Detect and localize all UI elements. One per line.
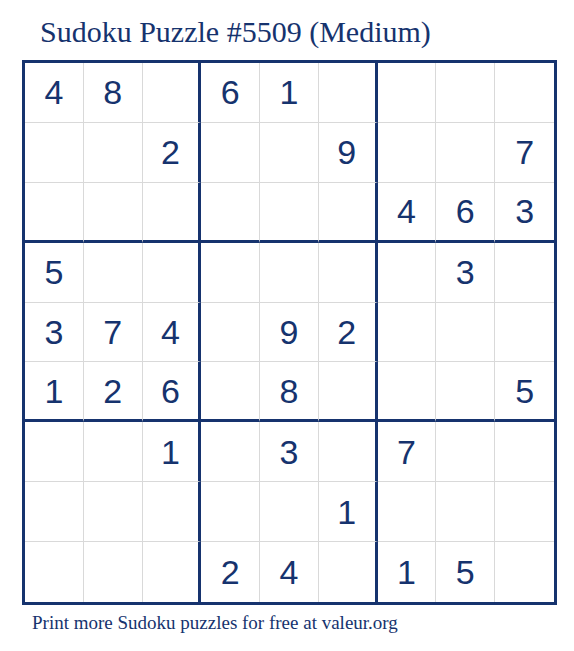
cell-r8c6: 1 (319, 482, 378, 542)
cell-r5c8 (436, 303, 495, 363)
cell-r3c1 (25, 183, 84, 243)
cell-r3c7: 4 (378, 183, 437, 243)
given-digit: 9 (280, 315, 299, 349)
cell-r6c8 (436, 362, 495, 422)
cell-r7c3: 1 (143, 422, 202, 482)
cell-r2c3: 2 (143, 123, 202, 183)
cell-r8c7 (378, 482, 437, 542)
given-digit: 6 (161, 374, 180, 408)
cell-r7c6 (319, 422, 378, 482)
cell-r3c5 (260, 183, 319, 243)
cell-r2c8 (436, 123, 495, 183)
cell-r1c5: 1 (260, 63, 319, 123)
given-digit: 2 (103, 374, 122, 408)
cell-r7c2 (84, 422, 143, 482)
cell-r2c1 (25, 123, 84, 183)
cell-r3c9: 3 (495, 183, 554, 243)
cell-r5c2: 7 (84, 303, 143, 363)
cell-r4c9 (495, 243, 554, 303)
cell-r3c2 (84, 183, 143, 243)
given-digit: 6 (221, 75, 240, 109)
given-digit: 2 (161, 135, 180, 169)
cell-r6c6 (319, 362, 378, 422)
cell-r1c4: 6 (201, 63, 260, 123)
cell-r4c2 (84, 243, 143, 303)
given-digit: 8 (103, 75, 122, 109)
cell-r8c1 (25, 482, 84, 542)
cell-r9c9 (495, 542, 554, 602)
cell-r9c2 (84, 542, 143, 602)
cell-r1c6 (319, 63, 378, 123)
cell-r2c7 (378, 123, 437, 183)
cell-r1c1: 4 (25, 63, 84, 123)
cell-r8c4 (201, 482, 260, 542)
cell-r5c5: 9 (260, 303, 319, 363)
given-digit: 5 (44, 255, 63, 289)
given-digit: 6 (456, 194, 475, 228)
cell-r6c2: 2 (84, 362, 143, 422)
given-digit: 1 (280, 75, 299, 109)
given-digit: 1 (44, 374, 63, 408)
cell-r8c8 (436, 482, 495, 542)
given-digit: 4 (44, 75, 63, 109)
cell-r5c3: 4 (143, 303, 202, 363)
cell-r8c2 (84, 482, 143, 542)
cell-r1c9 (495, 63, 554, 123)
cell-r9c4: 2 (201, 542, 260, 602)
given-digit: 4 (397, 194, 416, 228)
cell-r2c2 (84, 123, 143, 183)
cell-r6c7 (378, 362, 437, 422)
cell-r7c8 (436, 422, 495, 482)
given-digit: 1 (161, 435, 180, 469)
cell-r9c5: 4 (260, 542, 319, 602)
cell-r5c4 (201, 303, 260, 363)
cell-r1c2: 8 (84, 63, 143, 123)
given-digit: 8 (280, 374, 299, 408)
cell-r8c9 (495, 482, 554, 542)
cell-r6c3: 6 (143, 362, 202, 422)
cell-r2c6: 9 (319, 123, 378, 183)
cell-r4c3 (143, 243, 202, 303)
cell-r3c8: 6 (436, 183, 495, 243)
page-title: Sudoku Puzzle #5509 (Medium) (40, 15, 431, 49)
cell-r7c7: 7 (378, 422, 437, 482)
given-digit: 4 (280, 555, 299, 589)
given-digit: 7 (515, 135, 534, 169)
cell-r2c4 (201, 123, 260, 183)
given-digit: 5 (515, 374, 534, 408)
cell-r1c3 (143, 63, 202, 123)
given-digit: 3 (44, 315, 63, 349)
given-digit: 4 (161, 315, 180, 349)
cell-r9c1 (25, 542, 84, 602)
cell-r7c1 (25, 422, 84, 482)
sudoku-board: 486129746353374921268513712415 (22, 60, 557, 605)
cell-r8c5 (260, 482, 319, 542)
cell-r9c7: 1 (378, 542, 437, 602)
cell-r9c6 (319, 542, 378, 602)
cell-r6c9: 5 (495, 362, 554, 422)
cell-r7c5: 3 (260, 422, 319, 482)
given-digit: 2 (221, 555, 240, 589)
cell-r4c7 (378, 243, 437, 303)
given-digit: 7 (103, 315, 122, 349)
given-digit: 7 (397, 435, 416, 469)
cell-r4c4 (201, 243, 260, 303)
given-digit: 5 (456, 555, 475, 589)
footer-text: Print more Sudoku puzzles for free at va… (32, 612, 398, 634)
cell-r6c4 (201, 362, 260, 422)
cell-r9c3 (143, 542, 202, 602)
given-digit: 3 (456, 255, 475, 289)
cell-r4c5 (260, 243, 319, 303)
cell-r6c5: 8 (260, 362, 319, 422)
cell-r2c9: 7 (495, 123, 554, 183)
cell-r3c4 (201, 183, 260, 243)
cell-r1c7 (378, 63, 437, 123)
given-digit: 3 (515, 194, 534, 228)
cell-r3c3 (143, 183, 202, 243)
cell-r2c5 (260, 123, 319, 183)
cell-r7c4 (201, 422, 260, 482)
given-digit: 3 (280, 435, 299, 469)
cell-r4c8: 3 (436, 243, 495, 303)
cell-r3c6 (319, 183, 378, 243)
cell-r5c9 (495, 303, 554, 363)
cell-r4c6 (319, 243, 378, 303)
given-digit: 9 (337, 135, 356, 169)
given-digit: 2 (337, 315, 356, 349)
cell-r1c8 (436, 63, 495, 123)
cell-r6c1: 1 (25, 362, 84, 422)
cell-r4c1: 5 (25, 243, 84, 303)
cell-r5c6: 2 (319, 303, 378, 363)
cell-r5c1: 3 (25, 303, 84, 363)
cell-r8c3 (143, 482, 202, 542)
cell-r7c9 (495, 422, 554, 482)
given-digit: 1 (337, 495, 356, 529)
cell-r5c7 (378, 303, 437, 363)
given-digit: 1 (397, 555, 416, 589)
cell-r9c8: 5 (436, 542, 495, 602)
